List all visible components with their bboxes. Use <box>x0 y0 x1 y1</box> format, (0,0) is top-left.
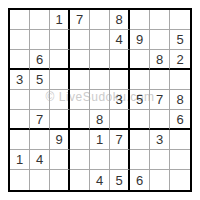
cell-r4c8[interactable] <box>150 70 170 90</box>
cell-r9c1[interactable] <box>10 170 30 190</box>
cell-r8c1[interactable]: 1 <box>10 150 30 170</box>
cell-r3c6[interactable] <box>110 50 130 70</box>
cell-r9c8[interactable] <box>150 170 170 190</box>
cell-r3c4[interactable] <box>70 50 90 70</box>
cell-r6c3[interactable] <box>50 110 70 130</box>
cell-r5c4[interactable] <box>70 90 90 110</box>
cell-r3c3[interactable] <box>50 50 70 70</box>
cell-r7c3[interactable]: 9 <box>50 130 70 150</box>
cell-r6c6[interactable] <box>110 110 130 130</box>
cell-r7c7[interactable] <box>130 130 150 150</box>
cell-r5c3[interactable] <box>50 90 70 110</box>
cell-r8c3[interactable] <box>50 150 70 170</box>
cell-r7c9[interactable] <box>170 130 190 150</box>
cell-r3c2[interactable]: 6 <box>30 50 50 70</box>
cell-r2c6[interactable]: 4 <box>110 30 130 50</box>
cell-r1c2[interactable] <box>30 10 50 30</box>
cell-r4c1[interactable]: 3 <box>10 70 30 90</box>
cell-r8c9[interactable] <box>170 150 190 170</box>
cell-r1c4[interactable]: 7 <box>70 10 90 30</box>
cell-r4c7[interactable] <box>130 70 150 90</box>
cell-r6c2[interactable]: 7 <box>30 110 50 130</box>
cell-r8c5[interactable] <box>90 150 110 170</box>
cell-r1c5[interactable] <box>90 10 110 30</box>
cell-r1c9[interactable] <box>170 10 190 30</box>
cell-r9c7[interactable]: 6 <box>130 170 150 190</box>
cell-r4c3[interactable] <box>50 70 70 90</box>
cell-r2c3[interactable] <box>50 30 70 50</box>
cell-r7c1[interactable] <box>10 130 30 150</box>
cell-r2c2[interactable] <box>30 30 50 50</box>
cell-r6c8[interactable] <box>150 110 170 130</box>
cell-r6c4[interactable] <box>70 110 90 130</box>
cell-r7c4[interactable] <box>70 130 90 150</box>
cell-r2c7[interactable]: 9 <box>130 30 150 50</box>
cell-r6c9[interactable]: 6 <box>170 110 190 130</box>
cell-r8c2[interactable]: 4 <box>30 150 50 170</box>
cell-r3c8[interactable]: 8 <box>150 50 170 70</box>
sudoku-board: © LiveSudoku.com 17849568235357878691731… <box>8 8 192 192</box>
cell-r5c6[interactable]: 3 <box>110 90 130 110</box>
cell-r5c2[interactable] <box>30 90 50 110</box>
cell-r8c8[interactable] <box>150 150 170 170</box>
cell-r2c4[interactable] <box>70 30 90 50</box>
cell-r2c8[interactable] <box>150 30 170 50</box>
cell-r7c5[interactable]: 1 <box>90 130 110 150</box>
cell-r7c8[interactable]: 3 <box>150 130 170 150</box>
cell-r7c2[interactable] <box>30 130 50 150</box>
cell-r7c6[interactable]: 7 <box>110 130 130 150</box>
cell-r1c7[interactable] <box>130 10 150 30</box>
cell-r9c3[interactable] <box>50 170 70 190</box>
cell-r1c6[interactable]: 8 <box>110 10 130 30</box>
cell-r2c1[interactable] <box>10 30 30 50</box>
cell-r1c3[interactable]: 1 <box>50 10 70 30</box>
cell-r5c5[interactable] <box>90 90 110 110</box>
cell-r9c6[interactable]: 5 <box>110 170 130 190</box>
cell-r9c4[interactable] <box>70 170 90 190</box>
cell-r1c1[interactable] <box>10 10 30 30</box>
cell-r5c9[interactable]: 8 <box>170 90 190 110</box>
cell-r9c2[interactable] <box>30 170 50 190</box>
cell-r8c7[interactable] <box>130 150 150 170</box>
cell-r3c5[interactable] <box>90 50 110 70</box>
cell-r6c1[interactable] <box>10 110 30 130</box>
cell-r3c7[interactable] <box>130 50 150 70</box>
cell-r4c4[interactable] <box>70 70 90 90</box>
cell-r8c4[interactable] <box>70 150 90 170</box>
cell-r2c5[interactable] <box>90 30 110 50</box>
cell-r5c8[interactable]: 7 <box>150 90 170 110</box>
cell-r1c8[interactable] <box>150 10 170 30</box>
cell-r8c6[interactable] <box>110 150 130 170</box>
cell-r3c1[interactable] <box>10 50 30 70</box>
cell-r6c7[interactable] <box>130 110 150 130</box>
cell-r5c1[interactable] <box>10 90 30 110</box>
sudoku-page: © LiveSudoku.com 17849568235357878691731… <box>0 0 200 200</box>
cell-r3c9[interactable]: 2 <box>170 50 190 70</box>
cell-r4c6[interactable] <box>110 70 130 90</box>
cell-r4c5[interactable] <box>90 70 110 90</box>
cell-r9c5[interactable]: 4 <box>90 170 110 190</box>
cell-r9c9[interactable] <box>170 170 190 190</box>
cell-r5c7[interactable]: 5 <box>130 90 150 110</box>
cell-r2c9[interactable]: 5 <box>170 30 190 50</box>
cell-r4c2[interactable]: 5 <box>30 70 50 90</box>
cell-r6c5[interactable]: 8 <box>90 110 110 130</box>
cell-r4c9[interactable] <box>170 70 190 90</box>
